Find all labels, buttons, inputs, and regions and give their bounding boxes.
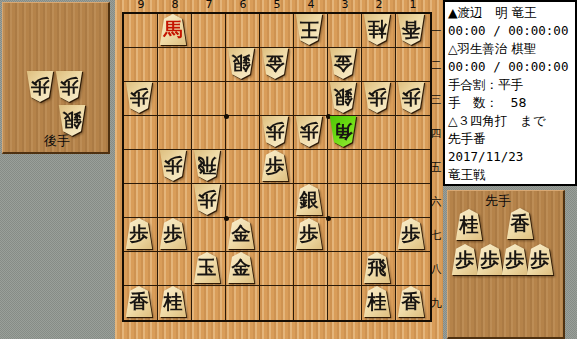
sente-piece-金-68[interactable]: 金 <box>226 252 256 283</box>
piece-shape: 歩 <box>192 184 222 215</box>
piece-shape: 歩 <box>294 116 324 147</box>
gote-piece-歩[interactable]: 歩 <box>54 71 84 102</box>
gote-piece-歩-23[interactable]: 歩 <box>362 82 392 113</box>
gote-piece-銀[interactable]: 銀 <box>57 105 87 136</box>
sente-piece-歩-17[interactable]: 歩 <box>396 218 426 249</box>
sente-piece-歩-87[interactable]: 歩 <box>158 218 188 249</box>
star-point <box>326 216 331 221</box>
gote-piece-歩-93[interactable]: 歩 <box>124 82 154 113</box>
rank-label-8: 八 <box>431 262 442 277</box>
square-7-2[interactable] <box>192 48 226 82</box>
square-2-2[interactable] <box>362 48 396 82</box>
piece-shape: 歩 <box>158 218 188 249</box>
sente-piece-歩-97[interactable]: 歩 <box>124 218 154 249</box>
square-3-8[interactable] <box>328 252 362 286</box>
sente-piece-銀-46[interactable]: 銀 <box>294 184 324 215</box>
gote-piece-角-34[interactable]: 角 <box>328 116 358 147</box>
gote-piece-歩-44[interactable]: 歩 <box>294 116 324 147</box>
square-1-5[interactable] <box>396 150 430 184</box>
square-8-2[interactable] <box>158 48 192 82</box>
piece-shape: 歩 <box>396 218 426 249</box>
sente-piece-歩-55[interactable]: 歩 <box>260 150 290 181</box>
square-4-2[interactable] <box>294 48 328 82</box>
square-9-5[interactable] <box>124 150 158 184</box>
piece-shape: 玉 <box>192 252 222 283</box>
piece-shape: 香 <box>396 286 426 317</box>
square-6-6[interactable] <box>226 184 260 218</box>
piece-shape: 桂 <box>158 286 188 317</box>
square-4-5[interactable] <box>294 150 328 184</box>
sente-piece-桂-29[interactable]: 桂 <box>362 286 392 317</box>
square-3-5[interactable] <box>328 150 362 184</box>
piece-shape: 桂 <box>454 209 484 240</box>
piece-shape: 歩 <box>396 82 426 113</box>
piece-shape: 桂 <box>362 14 392 45</box>
square-5-6[interactable] <box>260 184 294 218</box>
piece-shape: 歩 <box>124 218 154 249</box>
gote-piece-歩-54[interactable]: 歩 <box>260 116 290 147</box>
file-label-5: 5 <box>274 0 281 11</box>
info-line-9: 2017/11/23 <box>448 148 573 166</box>
file-label-7: 7 <box>206 0 213 11</box>
square-9-2[interactable] <box>124 48 158 82</box>
sente-piece-玉-78[interactable]: 玉 <box>192 252 222 283</box>
square-2-5[interactable] <box>362 150 396 184</box>
board-panel: 987654321 一二三四五六七八九 馬王桂香銀金金歩銀歩歩歩歩角歩飛歩歩銀歩… <box>115 0 443 339</box>
sente-piece-金-67[interactable]: 金 <box>226 218 256 249</box>
square-6-5[interactable] <box>226 150 260 184</box>
square-2-6[interactable] <box>362 184 396 218</box>
piece-shape: 歩 <box>294 218 324 249</box>
info-line-6: 手 数： 58 <box>448 94 573 112</box>
sente-piece-香-99[interactable]: 香 <box>124 286 154 317</box>
square-5-1[interactable] <box>260 14 294 48</box>
rank-label-7: 七 <box>431 228 442 243</box>
info-line-5: 手合割：平手 <box>448 76 573 94</box>
sente-piece-香-19[interactable]: 香 <box>396 286 426 317</box>
piece-shape: 金 <box>226 252 256 283</box>
rank-label-2: 二 <box>431 58 442 73</box>
square-7-4[interactable] <box>192 116 226 150</box>
piece-shape: 飛 <box>192 150 222 181</box>
gote-piece-歩-13[interactable]: 歩 <box>396 82 426 113</box>
piece-shape: 歩 <box>158 150 188 181</box>
gote-piece-歩-85[interactable]: 歩 <box>158 150 188 181</box>
piece-shape: 飛 <box>362 252 392 283</box>
square-8-4[interactable] <box>158 116 192 150</box>
piece-shape: 金 <box>260 48 290 79</box>
square-8-3[interactable] <box>158 82 192 116</box>
square-7-9[interactable] <box>192 286 226 320</box>
square-1-2[interactable] <box>396 48 430 82</box>
sente-piece-歩-47[interactable]: 歩 <box>294 218 324 249</box>
info-line-1: ▲渡辺 明 竜王 <box>448 4 573 22</box>
sente-hand-tray: 先手 桂香歩歩歩歩 <box>447 190 565 339</box>
piece-shape: 歩 <box>54 71 84 102</box>
rank-label-4: 四 <box>431 126 442 141</box>
piece-shape: 歩 <box>260 116 290 147</box>
gote-piece-銀-62[interactable]: 銀 <box>226 48 256 79</box>
square-7-7[interactable] <box>192 218 226 252</box>
square-8-8[interactable] <box>158 252 192 286</box>
piece-shape: 馬 <box>158 14 188 45</box>
square-5-7[interactable] <box>260 218 294 252</box>
square-7-1[interactable] <box>192 14 226 48</box>
square-3-6[interactable] <box>328 184 362 218</box>
piece-shape: 歩 <box>362 82 392 113</box>
square-4-9[interactable] <box>294 286 328 320</box>
square-1-4[interactable] <box>396 116 430 150</box>
info-line-2: 00:00 / 00:00:00 <box>448 22 573 40</box>
piece-shape: 銀 <box>226 48 256 79</box>
file-label-2: 2 <box>376 0 383 11</box>
square-4-3[interactable] <box>294 82 328 116</box>
piece-shape: 角 <box>328 116 358 147</box>
piece-shape: 金 <box>328 48 358 79</box>
file-label-4: 4 <box>308 0 315 11</box>
gote-piece-香-11[interactable]: 香 <box>396 14 426 45</box>
piece-shape: 銀 <box>57 105 87 136</box>
gote-piece-王-41[interactable]: 王 <box>294 14 324 45</box>
sente-piece-歩[interactable]: 歩 <box>525 244 555 275</box>
file-label-9: 9 <box>138 0 145 11</box>
square-1-8[interactable] <box>396 252 430 286</box>
square-4-8[interactable] <box>294 252 328 286</box>
square-3-7[interactable] <box>328 218 362 252</box>
gote-piece-銀-33[interactable]: 銀 <box>328 82 358 113</box>
file-label-8: 8 <box>172 0 179 11</box>
info-line-8: 先手番 <box>448 130 573 148</box>
square-3-9[interactable] <box>328 286 362 320</box>
sente-piece-桂[interactable]: 桂 <box>454 209 484 240</box>
file-label-3: 3 <box>342 0 349 11</box>
info-line-7: △３四角打 まで <box>448 112 573 130</box>
square-9-6[interactable] <box>124 184 158 218</box>
gote-piece-金-32[interactable]: 金 <box>328 48 358 79</box>
square-6-9[interactable] <box>226 286 260 320</box>
sente-piece-馬-81[interactable]: 馬 <box>158 14 188 45</box>
square-9-8[interactable] <box>124 252 158 286</box>
rank-label-1: 一 <box>431 24 442 39</box>
info-line-3: △羽生善治 棋聖 <box>448 40 573 58</box>
star-point <box>224 114 229 119</box>
square-3-1[interactable] <box>328 14 362 48</box>
file-label-6: 6 <box>240 0 247 11</box>
piece-shape: 金 <box>226 218 256 249</box>
square-6-4[interactable] <box>226 116 260 150</box>
piece-shape: 銀 <box>328 82 358 113</box>
sente-piece-香[interactable]: 香 <box>505 208 535 239</box>
piece-shape: 歩 <box>25 71 55 102</box>
gote-piece-桂-21[interactable]: 桂 <box>362 14 392 45</box>
rank-label-5: 五 <box>431 160 442 175</box>
square-6-3[interactable] <box>226 82 260 116</box>
piece-shape: 歩 <box>260 150 290 181</box>
square-6-1[interactable] <box>226 14 260 48</box>
square-5-9[interactable] <box>260 286 294 320</box>
square-2-4[interactable] <box>362 116 396 150</box>
piece-shape: 王 <box>294 14 324 45</box>
rank-label-3: 三 <box>431 92 442 107</box>
gote-piece-歩-76[interactable]: 歩 <box>192 184 222 215</box>
gote-piece-金-52[interactable]: 金 <box>260 48 290 79</box>
rank-label-9: 九 <box>431 296 442 311</box>
square-5-3[interactable] <box>260 82 294 116</box>
piece-shape: 歩 <box>525 244 555 275</box>
game-info-panel: ▲渡辺 明 竜王00:00 / 00:00:00△羽生善治 棋聖00:00 / … <box>443 0 577 186</box>
piece-shape: 香 <box>505 208 535 239</box>
square-2-7[interactable] <box>362 218 396 252</box>
square-9-4[interactable] <box>124 116 158 150</box>
square-9-1[interactable] <box>124 14 158 48</box>
gote-piece-飛-75[interactable]: 飛 <box>192 150 222 181</box>
rank-label-6: 六 <box>431 194 442 209</box>
piece-shape: 歩 <box>124 82 154 113</box>
piece-shape: 香 <box>124 286 154 317</box>
sente-piece-桂-89[interactable]: 桂 <box>158 286 188 317</box>
square-1-6[interactable] <box>396 184 430 218</box>
file-label-1: 1 <box>410 0 417 11</box>
square-7-3[interactable] <box>192 82 226 116</box>
piece-shape: 銀 <box>294 184 324 215</box>
square-5-8[interactable] <box>260 252 294 286</box>
piece-shape: 香 <box>396 14 426 45</box>
gote-hand-tray: 後手 歩歩銀 <box>2 2 110 154</box>
info-line-10: 竜王戦 <box>448 166 573 184</box>
gote-piece-歩[interactable]: 歩 <box>25 71 55 102</box>
sente-piece-飛-28[interactable]: 飛 <box>362 252 392 283</box>
square-8-6[interactable] <box>158 184 192 218</box>
info-line-4: 00:00 / 00:00:00 <box>448 58 573 76</box>
piece-shape: 桂 <box>362 286 392 317</box>
